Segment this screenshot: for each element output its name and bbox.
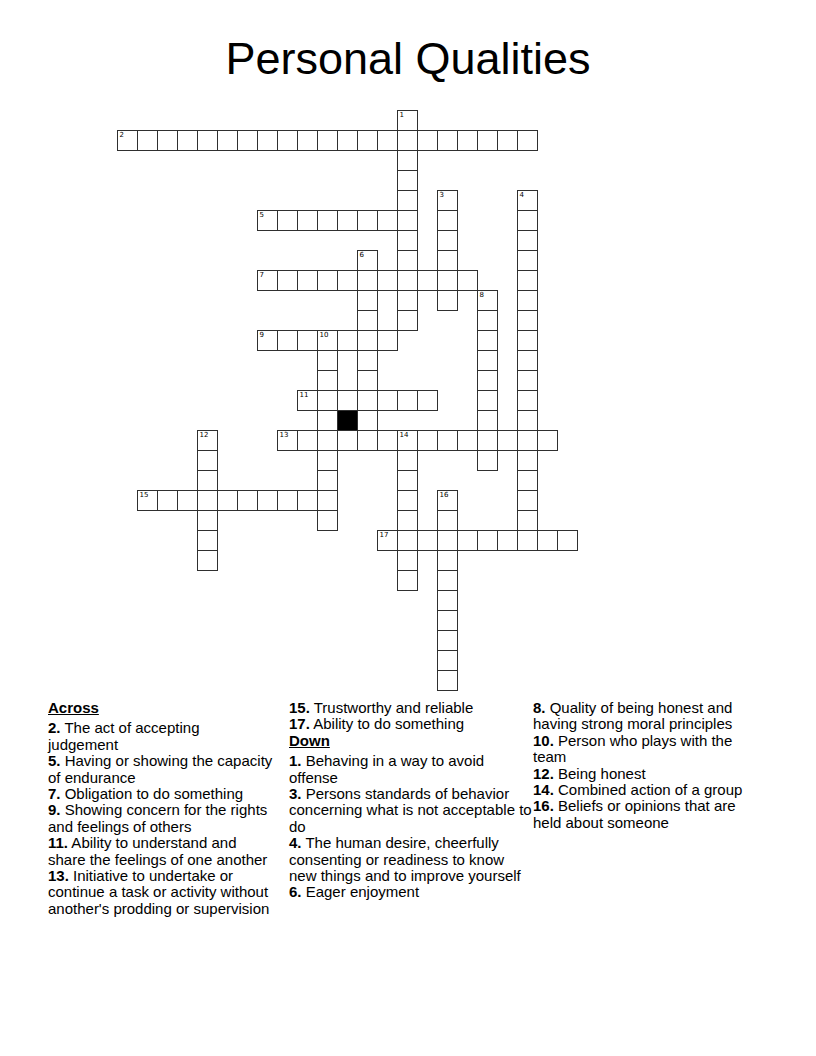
grid-cell[interactable] xyxy=(477,450,498,471)
grid-cell[interactable]: 3 xyxy=(437,190,458,211)
clue-number-label: 13 xyxy=(280,431,289,439)
grid-cell[interactable]: 5 xyxy=(257,210,278,231)
clue-number: 10. xyxy=(533,732,554,749)
grid-cell[interactable]: 6 xyxy=(357,250,378,271)
grid-cell[interactable] xyxy=(437,530,458,551)
clue-number-label: 16 xyxy=(440,491,449,499)
grid-cell[interactable] xyxy=(397,250,418,271)
clue-number: 7. xyxy=(48,785,61,802)
grid-cell[interactable] xyxy=(397,190,418,211)
grid-cell[interactable] xyxy=(297,210,318,231)
grid-cell[interactable] xyxy=(397,510,418,531)
clue-text: Showing concern for the rights and feeli… xyxy=(48,801,267,834)
grid-cell[interactable] xyxy=(357,210,378,231)
grid-cell[interactable] xyxy=(317,390,338,411)
clue-number-label: 7 xyxy=(260,271,264,279)
clue-down-1: 1. Behaving in a way to avoid offense xyxy=(289,753,532,786)
clue-number-label: 2 xyxy=(120,131,124,139)
clue-number: 14. xyxy=(533,781,554,798)
grid-cell[interactable] xyxy=(537,430,558,451)
grid-cell[interactable] xyxy=(417,270,438,291)
grid-cell[interactable] xyxy=(357,370,378,391)
grid-cell[interactable] xyxy=(237,130,258,151)
grid-cell[interactable] xyxy=(517,310,538,331)
grid-cell[interactable]: 17 xyxy=(377,530,398,551)
grid-cell[interactable] xyxy=(197,450,218,471)
grid-cell[interactable] xyxy=(357,330,378,351)
grid-cell[interactable] xyxy=(477,130,498,151)
grid-cell[interactable] xyxy=(377,210,398,231)
grid-cell[interactable] xyxy=(517,510,538,531)
grid-cell[interactable] xyxy=(277,130,298,151)
across-header: Across xyxy=(48,700,273,716)
clue-number: 2. xyxy=(48,719,61,736)
grid-cell[interactable]: 8 xyxy=(477,290,498,311)
grid-cell[interactable] xyxy=(397,150,418,171)
grid-cell[interactable] xyxy=(377,330,398,351)
grid-cell[interactable] xyxy=(437,570,458,591)
clue-down-8: 8. Quality of being honest and having st… xyxy=(533,700,759,733)
blocked-cell xyxy=(337,410,358,431)
grid-cell[interactable] xyxy=(397,310,418,331)
grid-cell[interactable] xyxy=(157,130,178,151)
grid-cell[interactable] xyxy=(537,530,558,551)
clue-number: 9. xyxy=(48,801,61,818)
grid-cell[interactable] xyxy=(417,130,438,151)
grid-cell[interactable] xyxy=(177,130,198,151)
clue-down-6: 6. Eager enjoyment xyxy=(289,884,532,900)
clue-text: Person who plays with the team xyxy=(533,732,732,765)
grid-cell[interactable] xyxy=(457,430,478,451)
grid-cell[interactable] xyxy=(517,370,538,391)
grid-cell[interactable] xyxy=(297,330,318,351)
grid-cell[interactable] xyxy=(437,650,458,671)
grid-cell[interactable] xyxy=(297,490,318,511)
grid-cell[interactable] xyxy=(217,490,238,511)
clue-text: Behaving in a way to avoid offense xyxy=(289,752,484,785)
grid-cell[interactable] xyxy=(457,530,478,551)
grid-cell[interactable] xyxy=(497,130,518,151)
grid-cell[interactable] xyxy=(477,350,498,371)
clue-across-2: 2. The act of accepting judgement xyxy=(48,720,273,753)
grid-cell[interactable] xyxy=(397,530,418,551)
grid-cell[interactable] xyxy=(397,450,418,471)
clue-number: 11. xyxy=(48,834,68,851)
grid-cell[interactable] xyxy=(357,270,378,291)
clue-across-7: 7. Obligation to do something xyxy=(48,786,273,802)
clue-number: 5. xyxy=(48,752,61,769)
grid-cell[interactable] xyxy=(437,550,458,571)
clue-number-label: 1 xyxy=(400,111,404,119)
grid-cell[interactable] xyxy=(317,270,338,291)
grid-cell[interactable] xyxy=(277,330,298,351)
grid-cell[interactable] xyxy=(517,130,538,151)
clue-number: 4. xyxy=(289,834,302,851)
grid-cell[interactable] xyxy=(197,490,218,511)
grid-cell[interactable] xyxy=(137,130,158,151)
grid-cell[interactable] xyxy=(357,410,378,431)
grid-cell[interactable] xyxy=(397,130,418,151)
grid-cell[interactable]: 4 xyxy=(517,190,538,211)
grid-cell[interactable] xyxy=(317,490,338,511)
grid-cell[interactable] xyxy=(397,210,418,231)
grid-cell[interactable]: 9 xyxy=(257,330,278,351)
grid-cell[interactable] xyxy=(317,350,338,371)
grid-cell[interactable] xyxy=(197,550,218,571)
grid-cell[interactable] xyxy=(397,290,418,311)
grid-cell[interactable] xyxy=(437,210,458,231)
grid-cell[interactable] xyxy=(197,130,218,151)
grid-cell[interactable] xyxy=(397,570,418,591)
grid-cell[interactable] xyxy=(217,130,238,151)
clue-number-label: 6 xyxy=(360,251,364,259)
clue-down-14: 14. Combined action of a group xyxy=(533,782,759,798)
clue-number-label: 12 xyxy=(200,431,209,439)
clue-down-12: 12. Being honest xyxy=(533,766,759,782)
clue-text: Obligation to do something xyxy=(61,785,244,802)
clue-number: 13. xyxy=(48,867,69,884)
clue-number: 6. xyxy=(289,883,302,900)
grid-cell[interactable] xyxy=(437,630,458,651)
grid-cell[interactable] xyxy=(517,430,538,451)
grid-cell[interactable] xyxy=(157,490,178,511)
clue-text: Combined action of a group xyxy=(554,781,742,798)
grid-cell[interactable] xyxy=(197,530,218,551)
grid-cell[interactable] xyxy=(517,250,538,271)
clue-number: 16. xyxy=(533,797,554,814)
grid-cell[interactable]: 12 xyxy=(197,430,218,451)
grid-cell[interactable] xyxy=(357,290,378,311)
grid-cell[interactable]: 11 xyxy=(297,390,318,411)
clue-text: Trustworthy and reliable xyxy=(310,699,473,716)
clue-number-label: 14 xyxy=(400,431,409,439)
grid-cell[interactable]: 13 xyxy=(277,430,298,451)
clue-down-10: 10. Person who plays with the team xyxy=(533,733,759,766)
clue-number-label: 4 xyxy=(520,191,524,199)
grid-cell[interactable] xyxy=(517,330,538,351)
grid-cell[interactable] xyxy=(317,450,338,471)
grid-cell[interactable] xyxy=(477,410,498,431)
grid-cell[interactable] xyxy=(517,230,538,251)
grid-cell[interactable] xyxy=(317,370,338,391)
clue-text: Being honest xyxy=(554,765,646,782)
grid-cell[interactable] xyxy=(477,430,498,451)
grid-cell[interactable] xyxy=(337,330,358,351)
grid-cell[interactable] xyxy=(357,130,378,151)
clue-across-17: 17. Ability to do something xyxy=(289,716,532,732)
grid-cell[interactable] xyxy=(317,130,338,151)
clue-down-4: 4. The human desire, cheerfully consenti… xyxy=(289,835,532,884)
grid-cell[interactable] xyxy=(477,530,498,551)
clue-text: Quality of being honest and having stron… xyxy=(533,699,732,732)
grid-cell[interactable] xyxy=(517,450,538,471)
grid-cell[interactable] xyxy=(517,530,538,551)
clues-column-down: 8. Quality of being honest and having st… xyxy=(533,700,759,831)
grid-cell[interactable] xyxy=(317,430,338,451)
grid-cell[interactable] xyxy=(317,470,338,491)
grid-cell[interactable] xyxy=(377,130,398,151)
grid-cell[interactable] xyxy=(457,130,478,151)
grid-cell[interactable] xyxy=(337,270,358,291)
grid-cell[interactable] xyxy=(497,530,518,551)
clue-number-label: 10 xyxy=(320,331,329,339)
clue-across-11: 11. Ability to understand and share the … xyxy=(48,835,273,868)
clue-number: 15. xyxy=(289,699,310,716)
grid-cell[interactable]: 2 xyxy=(117,130,138,151)
grid-cell[interactable] xyxy=(277,210,298,231)
grid-cell[interactable] xyxy=(397,170,418,191)
clue-down-3: 3. Persons standards of behavior concern… xyxy=(289,786,532,835)
grid-cell[interactable] xyxy=(437,290,458,311)
puzzle-title: Personal Qualities xyxy=(0,33,816,85)
clue-number-label: 17 xyxy=(380,531,389,539)
grid-cell[interactable] xyxy=(437,430,458,451)
grid-cell[interactable] xyxy=(517,470,538,491)
grid-cell[interactable] xyxy=(317,410,338,431)
clues-column-middle: 15. Trustworthy and reliable17. Ability … xyxy=(289,700,532,901)
clue-number: 1. xyxy=(289,752,302,769)
crossword-grid: 1234567891011121314151617 xyxy=(117,110,577,690)
clue-number: 12. xyxy=(533,765,554,782)
grid-cell[interactable] xyxy=(397,550,418,571)
grid-cell[interactable] xyxy=(357,390,378,411)
grid-cell[interactable] xyxy=(437,590,458,611)
grid-cell[interactable] xyxy=(517,490,538,511)
grid-cell[interactable] xyxy=(377,270,398,291)
grid-cell[interactable] xyxy=(477,330,498,351)
clue-across-5: 5. Having or showing the capacity of end… xyxy=(48,753,273,786)
grid-cell[interactable] xyxy=(377,430,398,451)
clue-number-label: 5 xyxy=(260,211,264,219)
grid-cell[interactable] xyxy=(437,670,458,691)
grid-cell[interactable] xyxy=(417,530,438,551)
clue-text: The act of accepting judgement xyxy=(48,719,200,752)
grid-cell[interactable] xyxy=(397,230,418,251)
grid-cell[interactable] xyxy=(317,210,338,231)
grid-cell[interactable] xyxy=(177,490,198,511)
grid-cell[interactable] xyxy=(297,430,318,451)
grid-cell[interactable] xyxy=(337,430,358,451)
clue-across-13: 13. Initiative to undertake or continue … xyxy=(48,868,273,917)
grid-cell[interactable] xyxy=(257,490,278,511)
grid-cell[interactable] xyxy=(437,230,458,251)
grid-cell[interactable] xyxy=(397,270,418,291)
clue-number: 17. xyxy=(289,715,310,732)
grid-cell[interactable] xyxy=(377,390,398,411)
grid-cell[interactable] xyxy=(437,270,458,291)
grid-cell[interactable] xyxy=(397,490,418,511)
grid-cell[interactable] xyxy=(397,470,418,491)
grid-cell[interactable] xyxy=(517,290,538,311)
grid-cell[interactable] xyxy=(437,510,458,531)
clue-text: Having or showing the capacity of endura… xyxy=(48,752,272,785)
grid-cell[interactable] xyxy=(497,430,518,451)
grid-cell[interactable] xyxy=(517,410,538,431)
clue-number-label: 9 xyxy=(260,331,264,339)
grid-cell[interactable] xyxy=(417,430,438,451)
grid-cell[interactable] xyxy=(517,350,538,371)
clue-down-16: 16. Beliefs or opinions that are held ab… xyxy=(533,798,759,831)
grid-cell[interactable] xyxy=(297,270,318,291)
grid-cell[interactable] xyxy=(317,510,338,531)
grid-cell[interactable]: 10 xyxy=(317,330,338,351)
grid-cell[interactable] xyxy=(477,310,498,331)
grid-cell[interactable] xyxy=(277,490,298,511)
grid-cell[interactable] xyxy=(337,390,358,411)
grid-cell[interactable] xyxy=(437,610,458,631)
clue-across-15: 15. Trustworthy and reliable xyxy=(289,700,532,716)
grid-cell[interactable] xyxy=(417,390,438,411)
grid-cell[interactable]: 15 xyxy=(137,490,158,511)
grid-cell[interactable] xyxy=(517,390,538,411)
crossword-worksheet: Personal Qualities 123456789101112131415… xyxy=(0,0,816,1056)
grid-cell[interactable] xyxy=(517,270,538,291)
grid-cell[interactable] xyxy=(357,310,378,331)
grid-cell[interactable] xyxy=(557,530,578,551)
grid-cell[interactable] xyxy=(437,130,458,151)
grid-cell[interactable] xyxy=(237,490,258,511)
clue-text: Persons standards of behavior concerning… xyxy=(289,785,532,835)
grid-cell[interactable]: 1 xyxy=(397,110,418,131)
clue-across-9: 9. Showing concern for the rights and fe… xyxy=(48,802,273,835)
grid-cell[interactable] xyxy=(477,370,498,391)
grid-cell[interactable] xyxy=(477,390,498,411)
clues-column-across: Across2. The act of accepting judgement5… xyxy=(48,700,273,917)
grid-cell[interactable] xyxy=(197,470,218,491)
grid-cell[interactable] xyxy=(357,430,378,451)
grid-cell[interactable]: 14 xyxy=(397,430,418,451)
grid-cell[interactable] xyxy=(337,210,358,231)
clue-text: Eager enjoyment xyxy=(302,883,420,900)
clue-number-label: 3 xyxy=(440,191,444,199)
clue-number-label: 8 xyxy=(480,291,484,299)
grid-cell[interactable] xyxy=(257,130,278,151)
clue-number: 8. xyxy=(533,699,546,716)
grid-cell[interactable]: 7 xyxy=(257,270,278,291)
grid-cell[interactable] xyxy=(457,270,478,291)
clue-text: Initiative to undertake or continue a ta… xyxy=(48,867,269,917)
grid-cell[interactable] xyxy=(337,130,358,151)
grid-cell[interactable] xyxy=(397,390,418,411)
clue-text: Ability to understand and share the feel… xyxy=(48,834,267,867)
grid-cell[interactable] xyxy=(357,350,378,371)
down-header: Down xyxy=(289,733,532,749)
clue-number-label: 15 xyxy=(140,491,149,499)
grid-cell[interactable]: 16 xyxy=(437,490,458,511)
grid-cell[interactable] xyxy=(297,130,318,151)
grid-cell[interactable] xyxy=(277,270,298,291)
clue-text: Ability to do something xyxy=(310,715,464,732)
grid-cell[interactable] xyxy=(197,510,218,531)
grid-cell[interactable] xyxy=(517,210,538,231)
clue-number-label: 11 xyxy=(300,391,309,399)
clue-text: Beliefs or opinions that are held about … xyxy=(533,797,736,830)
clue-text: The human desire, cheerfully consenting … xyxy=(289,834,521,884)
clue-number: 3. xyxy=(289,785,302,802)
grid-cell[interactable] xyxy=(437,250,458,271)
